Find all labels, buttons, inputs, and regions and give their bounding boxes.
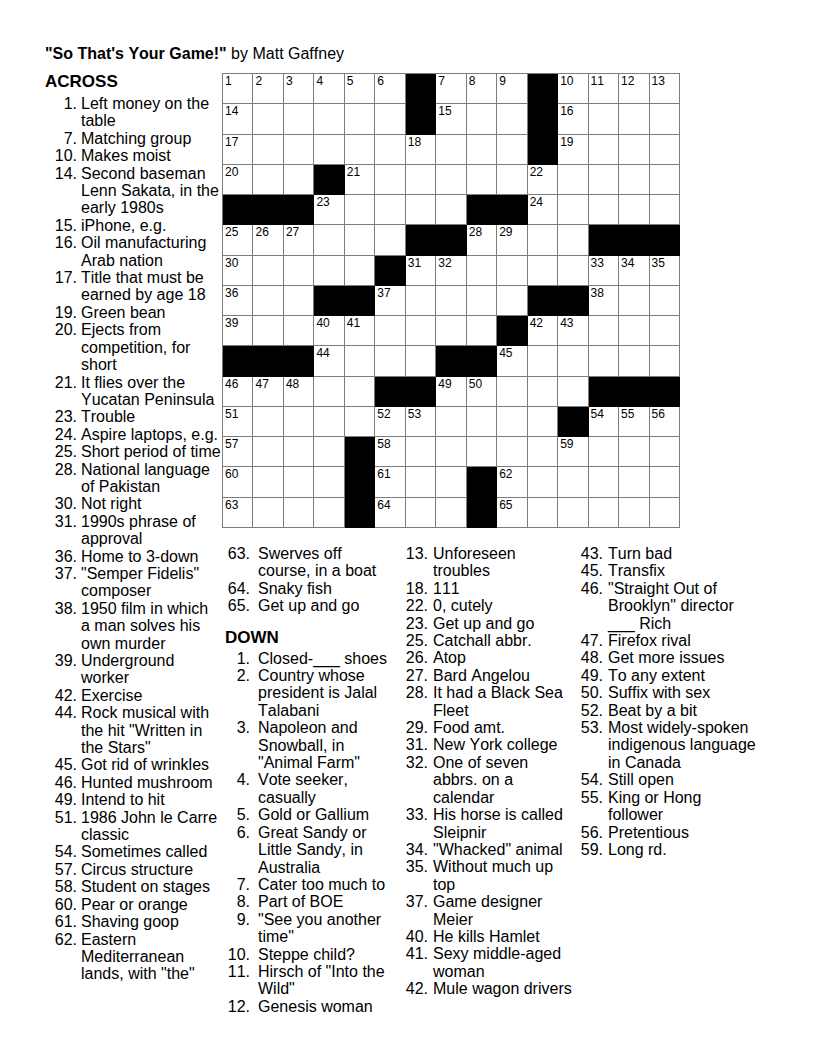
grid-cell[interactable]: 5 [345,74,375,104]
grid-cell[interactable] [497,437,527,467]
clue-number: 10. [225,946,250,963]
clue-item: 24.Aspire laptops, e.g. [45,426,227,443]
grid-cell[interactable]: 18 [406,135,436,165]
grid-cell[interactable]: 7 [436,74,466,104]
grid-cell[interactable] [589,346,619,376]
grid-cell[interactable] [650,135,680,165]
grid-cell[interactable] [436,165,466,195]
clue-item: 54.Sometimes called [45,843,227,860]
grid-cell[interactable] [558,346,588,376]
grid-cell[interactable] [253,104,283,134]
grid-cell-black [284,346,314,376]
grid-cell[interactable] [253,286,283,316]
grid-cell[interactable] [619,346,649,376]
grid-cell[interactable]: 27 [284,225,314,255]
clue-item: 57.Circus structure [45,861,227,878]
grid-cell[interactable] [589,437,619,467]
grid-cell[interactable] [375,316,405,346]
clue-text: Without much up top [433,858,575,893]
grid-cell[interactable] [314,437,344,467]
cell-number: 48 [286,378,299,391]
grid-cell[interactable] [253,467,283,497]
grid-cell[interactable]: 45 [497,346,527,376]
cell-number: 5 [347,75,354,88]
grid-cell[interactable]: 10 [558,74,588,104]
clue-item: 51.1986 John le Carre classic [45,809,227,844]
grid-cell[interactable] [436,316,466,346]
grid-cell[interactable] [467,165,497,195]
grid-cell[interactable] [528,467,558,497]
clue-text: Food amt. [433,719,575,736]
grid-cell[interactable] [345,256,375,286]
grid-cell[interactable] [345,407,375,437]
grid-cell[interactable] [497,286,527,316]
grid-cell[interactable] [375,104,405,134]
clue-number: 12. [225,998,250,1015]
clue-number: 46. [575,580,603,597]
clue-number: 20. [45,321,77,338]
grid-cell[interactable] [375,165,405,195]
cell-number: 17 [225,136,238,149]
grid-cell[interactable] [406,316,436,346]
clue-text: Pear or orange [81,896,221,913]
clue-number: 38. [45,600,77,617]
grid-cell[interactable] [436,498,466,528]
grid-cell[interactable]: 58 [375,437,405,467]
grid-cell[interactable] [650,316,680,346]
grid-cell[interactable]: 33 [589,256,619,286]
cell-number: 30 [225,257,238,270]
grid-cell[interactable] [497,256,527,286]
grid-cell[interactable] [284,135,314,165]
grid-cell[interactable] [284,256,314,286]
clue-item: 9."See you another time" [225,911,397,946]
grid-cell[interactable]: 36 [223,286,253,316]
grid-cell[interactable] [314,377,344,407]
clue-text: Get up and go [433,615,575,632]
grid-cell[interactable] [436,407,466,437]
grid-cell-black [619,225,649,255]
grid-cell[interactable] [558,195,588,225]
grid-cell[interactable] [406,286,436,316]
grid-cell[interactable] [467,407,497,437]
grid-cell[interactable]: 25 [223,225,253,255]
grid-cell[interactable] [314,225,344,255]
grid-cell[interactable]: 46 [223,377,253,407]
grid-cell[interactable] [650,165,680,195]
cell-number: 36 [225,287,238,300]
grid-cell[interactable]: 4 [314,74,344,104]
clue-item: 49.To any extent [575,667,759,684]
grid-cell-black [314,286,344,316]
grid-cell[interactable] [284,467,314,497]
cell-number: 40 [316,317,329,330]
grid-cell[interactable]: 31 [406,256,436,286]
clue-number: 29. [400,719,428,736]
clue-item: 12.Genesis woman [225,998,397,1015]
grid-cell[interactable]: 47 [253,377,283,407]
puzzle-title-text: "So That's Your Game!" [45,45,227,62]
cell-number: 55 [621,408,634,421]
grid-cell[interactable] [528,377,558,407]
grid-cell-black [345,498,375,528]
grid-cell[interactable]: 60 [223,467,253,497]
grid-cell[interactable]: 42 [528,316,558,346]
clue-text: Makes moist [81,147,221,164]
grid-cell[interactable] [467,256,497,286]
grid-cell[interactable] [528,346,558,376]
grid-cell[interactable] [253,256,283,286]
cell-number: 13 [652,75,665,88]
grid-cell[interactable] [619,316,649,346]
grid-cell[interactable]: 49 [436,377,466,407]
grid-cell[interactable]: 37 [375,286,405,316]
grid-cell[interactable]: 65 [497,498,527,528]
grid-cell[interactable] [589,135,619,165]
clue-item: 33.His horse is called Sleipnir [400,806,578,841]
clue-number: 21. [45,374,77,391]
clue-number: 1. [225,650,250,667]
grid-cell[interactable]: 30 [223,256,253,286]
grid-cell-black [650,377,680,407]
grid-cell[interactable] [253,437,283,467]
grid-cell[interactable]: 15 [436,104,466,134]
grid-cell[interactable] [375,195,405,225]
grid-cell[interactable] [558,225,588,255]
cell-number: 57 [225,438,238,451]
grid-cell[interactable] [406,165,436,195]
clue-text: Get up and go [258,597,391,614]
grid-cell[interactable] [528,407,558,437]
cell-number: 31 [408,257,421,270]
grid-cell[interactable] [619,437,649,467]
clue-item: 29.Food amt. [400,719,578,736]
grid-cell[interactable]: 61 [375,467,405,497]
grid-cell[interactable]: 56 [650,407,680,437]
grid-cell[interactable] [528,437,558,467]
grid-cell[interactable] [589,195,619,225]
grid-cell[interactable] [467,286,497,316]
grid-cell[interactable] [375,346,405,376]
cell-number: 18 [408,136,421,149]
grid-cell[interactable]: 21 [345,165,375,195]
grid-cell[interactable]: 26 [253,225,283,255]
grid-cell[interactable]: 40 [314,316,344,346]
grid-cell[interactable] [314,407,344,437]
clue-item: 42.Exercise [45,687,227,704]
grid-cell[interactable] [650,104,680,134]
grid-cell[interactable] [589,316,619,346]
grid-cell-black [528,286,558,316]
grid-cell[interactable] [345,346,375,376]
grid-cell[interactable] [619,135,649,165]
grid-cell[interactable]: 28 [467,225,497,255]
cell-number: 16 [560,105,573,118]
cell-number: 20 [225,166,238,179]
grid-cell[interactable] [467,135,497,165]
grid-cell-black [650,225,680,255]
grid-cell[interactable] [558,498,588,528]
grid-cell[interactable]: 23 [314,195,344,225]
grid-cell[interactable]: 12 [619,74,649,104]
cell-number: 50 [469,378,482,391]
grid-cell[interactable] [284,286,314,316]
grid-cell[interactable]: 29 [497,225,527,255]
grid-cell[interactable] [406,498,436,528]
grid-cell[interactable]: 50 [467,377,497,407]
clue-item: 61.Shaving goop [45,913,227,930]
grid-cell[interactable] [284,498,314,528]
cell-number: 33 [591,257,604,270]
grid-cell[interactable] [314,467,344,497]
clue-item: 23.Get up and go [400,615,578,632]
grid-cell[interactable] [436,286,466,316]
grid-cell[interactable] [314,256,344,286]
clue-text: 1950 film in which a man solves his own … [81,600,221,652]
cell-number: 43 [560,317,573,330]
clue-text: Aspire laptops, e.g. [81,426,221,443]
puzzle-title: "So That's Your Game!" by Matt Gaffney [45,45,344,63]
grid-cell[interactable] [345,225,375,255]
clue-text: Bard Angelou [433,667,575,684]
grid-cell[interactable]: 16 [558,104,588,134]
grid-cell[interactable] [314,498,344,528]
clue-number: 28. [400,684,428,701]
grid-cell[interactable] [558,165,588,195]
clue-number: 45. [45,756,77,773]
grid-cell[interactable] [284,316,314,346]
clue-number: 53. [575,719,603,736]
grid-cell[interactable] [375,225,405,255]
grid-cell[interactable] [650,467,680,497]
grid-cell-black [467,195,497,225]
grid-cell[interactable]: 11 [589,74,619,104]
grid-cell-black [467,498,497,528]
grid-cell[interactable] [436,135,466,165]
grid-cell[interactable]: 59 [558,437,588,467]
grid-cell[interactable]: 2 [253,74,283,104]
clue-number: 54. [575,771,603,788]
clue-text: Student on stages [81,878,221,895]
clue-number: 26. [400,649,428,666]
clue-number: 16. [45,234,77,251]
grid-cell[interactable]: 55 [619,407,649,437]
grid-cell[interactable] [406,346,436,376]
grid-cell[interactable] [284,104,314,134]
grid-cell[interactable] [497,377,527,407]
grid-cell[interactable]: 13 [650,74,680,104]
clue-text: Title that must be earned by age 18 [81,269,221,304]
grid-cell[interactable] [589,467,619,497]
grid-cell[interactable] [253,407,283,437]
grid-cell-black [345,467,375,497]
grid-cell[interactable] [619,286,649,316]
grid-cell[interactable]: 64 [375,498,405,528]
grid-cell-black [284,195,314,225]
clue-text: Not right [81,495,221,512]
clue-text: Eastern Mediterranean lands, with "the" [81,931,221,983]
clue-text: New York college [433,736,575,753]
grid-cell[interactable] [406,467,436,497]
clue-number: 36. [45,548,77,565]
cell-number: 38 [591,287,604,300]
grid-cell[interactable] [558,467,588,497]
grid-cell[interactable]: 63 [223,498,253,528]
grid-cell[interactable]: 53 [406,407,436,437]
clue-number: 61. [45,913,77,930]
grid-cell[interactable] [314,104,344,134]
grid-cell[interactable] [436,467,466,497]
clue-number: 37. [45,565,77,582]
grid-cell[interactable]: 32 [436,256,466,286]
grid-cell[interactable] [253,135,283,165]
grid-cell[interactable] [253,498,283,528]
clue-text: Catchall abbr. [433,632,575,649]
clue-column-1: ACROSS 1.Left money on the table7.Matchi… [45,72,227,983]
grid-cell[interactable] [528,225,558,255]
grid-cell[interactable]: 34 [619,256,649,286]
grid-cell[interactable]: 8 [467,74,497,104]
grid-cell[interactable] [558,377,588,407]
clue-text: Closed-___ shoes [258,650,391,667]
grid-cell[interactable] [345,135,375,165]
grid-cell[interactable] [650,498,680,528]
grid-cell[interactable] [253,316,283,346]
clue-text: Hunted mushroom [81,774,221,791]
clue-item: 16.Oil manufacturing Arab nation [45,234,227,269]
clue-number: 54. [45,843,77,860]
cell-number: 45 [499,347,512,360]
grid-cell-black [497,316,527,346]
clue-number: 7. [45,130,77,147]
clue-item: 10.Makes moist [45,147,227,164]
clue-text: Matching group [81,130,221,147]
grid-cell[interactable] [406,437,436,467]
grid-cell[interactable] [467,316,497,346]
grid-cell[interactable]: 51 [223,407,253,437]
grid-cell[interactable] [589,165,619,195]
grid-cell[interactable] [528,498,558,528]
grid-cell[interactable] [528,256,558,286]
grid-cell[interactable] [284,437,314,467]
grid-cell[interactable] [619,104,649,134]
clue-text: Vote seeker, casually [258,771,391,806]
grid-cell[interactable]: 48 [284,377,314,407]
grid-cell[interactable] [619,498,649,528]
grid-cell[interactable]: 17 [223,135,253,165]
grid-cell[interactable] [497,165,527,195]
grid-cell[interactable]: 54 [589,407,619,437]
grid-cell[interactable]: 44 [314,346,344,376]
grid-cell[interactable]: 57 [223,437,253,467]
grid-cell[interactable] [558,256,588,286]
grid-cell[interactable] [619,467,649,497]
grid-cell[interactable] [650,195,680,225]
clue-item: 44.Rock musical with the hit "Written in… [45,704,227,756]
cell-number: 60 [225,468,238,481]
grid-cell-black [375,256,405,286]
clue-item: 49.Intend to hit [45,791,227,808]
grid-cell[interactable] [650,286,680,316]
grid-cell[interactable]: 41 [345,316,375,346]
grid-cell[interactable]: 24 [528,195,558,225]
clue-number: 14. [45,165,77,182]
grid-cell[interactable] [650,437,680,467]
grid-cell[interactable] [436,437,466,467]
grid-cell[interactable]: 38 [589,286,619,316]
down-clue-list: 13.Unforeseen troubles18.11122.0, cutely… [400,545,578,998]
grid-cell[interactable] [467,437,497,467]
clue-text: iPhone, e.g. [81,217,221,234]
grid-cell[interactable] [345,377,375,407]
grid-cell[interactable] [314,135,344,165]
clue-number: 24. [45,426,77,443]
grid-cell[interactable]: 35 [650,256,680,286]
clue-text: "See you another time" [258,911,391,946]
clue-text: Turn bad [608,545,756,562]
grid-cell[interactable]: 1 [223,74,253,104]
clue-text: Sexy middle-aged woman [433,945,575,980]
grid-cell[interactable]: 20 [223,165,253,195]
grid-cell[interactable]: 39 [223,316,253,346]
grid-cell[interactable] [467,104,497,134]
cell-number: 32 [438,257,451,270]
grid-cell[interactable] [497,407,527,437]
grid-cell[interactable]: 43 [558,316,588,346]
grid-cell[interactable] [589,104,619,134]
grid-cell[interactable]: 22 [528,165,558,195]
grid-cell[interactable] [284,407,314,437]
clue-item: 8.Part of BOE [225,893,397,910]
grid-cell[interactable] [406,195,436,225]
grid-cell[interactable] [650,346,680,376]
grid-cell[interactable] [345,104,375,134]
grid-cell[interactable] [253,165,283,195]
clue-number: 31. [45,513,77,530]
grid-cell[interactable]: 19 [558,135,588,165]
clue-number: 56. [575,824,603,841]
grid-cell[interactable] [589,498,619,528]
grid-cell[interactable] [619,195,649,225]
grid-cell[interactable]: 14 [223,104,253,134]
grid-cell[interactable] [345,195,375,225]
clue-item: 39.Underground worker [45,652,227,687]
cell-number: 64 [377,499,390,512]
cell-number: 29 [499,226,512,239]
grid-cell[interactable] [284,165,314,195]
grid-cell[interactable] [436,195,466,225]
grid-cell-black [223,346,253,376]
clue-number: 10. [45,147,77,164]
clue-text: Firefox rival [608,632,756,649]
clue-number: 65. [225,597,250,614]
grid-cell[interactable] [375,135,405,165]
clue-item: 25.Short period of time [45,443,227,460]
clue-number: 50. [575,684,603,701]
clue-number: 34. [400,841,428,858]
grid-cell[interactable]: 3 [284,74,314,104]
grid-cell[interactable]: 62 [497,467,527,497]
cell-number: 62 [499,468,512,481]
clue-text: Still open [608,771,756,788]
grid-cell[interactable]: 52 [375,407,405,437]
grid-cell[interactable] [497,104,527,134]
grid-cell[interactable] [497,135,527,165]
grid-cell[interactable] [619,165,649,195]
clue-number: 3. [225,719,250,736]
grid-cell[interactable]: 6 [375,74,405,104]
grid-cell[interactable]: 9 [497,74,527,104]
